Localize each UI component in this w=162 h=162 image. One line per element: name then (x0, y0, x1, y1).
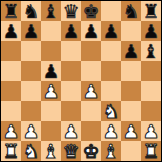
piece-white-pawn[interactable]: ♟ (62, 121, 79, 141)
piece-white-queen[interactable]: ♛ (62, 141, 79, 161)
piece-black-rook[interactable]: ♜ (2, 1, 19, 21)
piece-white-pawn[interactable]: ♟ (142, 121, 159, 141)
square-a5[interactable] (1, 61, 21, 81)
piece-white-pawn[interactable]: ♟ (82, 81, 99, 101)
square-g4[interactable] (121, 81, 141, 101)
square-d5[interactable] (61, 61, 81, 81)
piece-black-pawn[interactable]: ♟ (62, 21, 79, 41)
square-e7[interactable]: ♟ (81, 21, 101, 41)
square-c7[interactable] (41, 21, 61, 41)
piece-white-pawn[interactable]: ♟ (22, 121, 39, 141)
square-f6[interactable] (101, 41, 121, 61)
square-c1[interactable]: ♝ (41, 141, 61, 161)
square-e3[interactable] (81, 101, 101, 121)
piece-black-pawn[interactable]: ♟ (82, 21, 99, 41)
piece-white-pawn[interactable]: ♟ (102, 121, 119, 141)
square-b5[interactable] (21, 61, 41, 81)
square-b7[interactable]: ♟ (21, 21, 41, 41)
piece-white-rook[interactable]: ♜ (142, 141, 159, 161)
square-g5[interactable] (121, 61, 141, 81)
piece-black-knight[interactable]: ♞ (22, 1, 39, 21)
square-g7[interactable] (121, 21, 141, 41)
square-e2[interactable] (81, 121, 101, 141)
piece-black-pawn[interactable]: ♟ (102, 21, 119, 41)
square-a8[interactable]: ♜ (1, 1, 21, 21)
square-d1[interactable]: ♛ (61, 141, 81, 161)
piece-black-pawn[interactable]: ♟ (42, 61, 59, 81)
square-a2[interactable]: ♟ (1, 121, 21, 141)
square-h1[interactable]: ♜ (141, 141, 161, 161)
square-g1[interactable] (121, 141, 141, 161)
square-b2[interactable]: ♟ (21, 121, 41, 141)
square-c6[interactable] (41, 41, 61, 61)
square-d7[interactable]: ♟ (61, 21, 81, 41)
square-b6[interactable] (21, 41, 41, 61)
chess-board: ♜♞♝♛♚♞♜♟♟♟♟♟♟♟♝♟♟♟♞♟♟♟♟♟♟♜♞♝♛♚♝♜ (1, 1, 161, 161)
square-e5[interactable] (81, 61, 101, 81)
square-f7[interactable]: ♟ (101, 21, 121, 41)
piece-white-rook[interactable]: ♜ (2, 141, 19, 161)
square-g8[interactable]: ♞ (121, 1, 141, 21)
piece-white-pawn[interactable]: ♟ (2, 121, 19, 141)
square-d2[interactable]: ♟ (61, 121, 81, 141)
square-a6[interactable] (1, 41, 21, 61)
square-h8[interactable]: ♜ (141, 1, 161, 21)
square-f2[interactable]: ♟ (101, 121, 121, 141)
square-c8[interactable]: ♝ (41, 1, 61, 21)
piece-black-pawn[interactable]: ♟ (22, 21, 39, 41)
piece-black-pawn[interactable]: ♟ (122, 41, 139, 61)
piece-black-knight[interactable]: ♞ (122, 1, 139, 21)
square-b8[interactable]: ♞ (21, 1, 41, 21)
square-f4[interactable] (101, 81, 121, 101)
square-a7[interactable]: ♟ (1, 21, 21, 41)
square-c5[interactable]: ♟ (41, 61, 61, 81)
piece-white-knight[interactable]: ♞ (22, 141, 39, 161)
piece-white-bishop[interactable]: ♝ (102, 141, 119, 161)
piece-white-knight[interactable]: ♞ (102, 101, 119, 121)
piece-white-pawn[interactable]: ♟ (42, 81, 59, 101)
square-e6[interactable] (81, 41, 101, 61)
square-d6[interactable] (61, 41, 81, 61)
square-f5[interactable] (101, 61, 121, 81)
square-a1[interactable]: ♜ (1, 141, 21, 161)
piece-black-bishop[interactable]: ♝ (42, 1, 59, 21)
square-f8[interactable] (101, 1, 121, 21)
square-h7[interactable]: ♟ (141, 21, 161, 41)
square-a4[interactable] (1, 81, 21, 101)
piece-black-bishop[interactable]: ♝ (142, 41, 159, 61)
square-b4[interactable] (21, 81, 41, 101)
square-d3[interactable] (61, 101, 81, 121)
square-d4[interactable] (61, 81, 81, 101)
square-b1[interactable]: ♞ (21, 141, 41, 161)
square-a3[interactable] (1, 101, 21, 121)
piece-black-rook[interactable]: ♜ (142, 1, 159, 21)
square-b3[interactable] (21, 101, 41, 121)
piece-white-pawn[interactable]: ♟ (122, 121, 139, 141)
square-h3[interactable] (141, 101, 161, 121)
square-f3[interactable]: ♞ (101, 101, 121, 121)
piece-white-king[interactable]: ♚ (82, 141, 99, 161)
square-e8[interactable]: ♚ (81, 1, 101, 21)
square-g2[interactable]: ♟ (121, 121, 141, 141)
piece-black-queen[interactable]: ♛ (62, 1, 79, 21)
piece-white-bishop[interactable]: ♝ (42, 141, 59, 161)
square-h5[interactable] (141, 61, 161, 81)
square-f1[interactable]: ♝ (101, 141, 121, 161)
square-g6[interactable]: ♟ (121, 41, 141, 61)
piece-black-king[interactable]: ♚ (82, 1, 99, 21)
piece-black-pawn[interactable]: ♟ (142, 21, 159, 41)
square-c3[interactable] (41, 101, 61, 121)
square-c2[interactable] (41, 121, 61, 141)
square-h6[interactable]: ♝ (141, 41, 161, 61)
chess-board-frame: ♜♞♝♛♚♞♜♟♟♟♟♟♟♟♝♟♟♟♞♟♟♟♟♟♟♜♞♝♛♚♝♜ (0, 0, 162, 162)
piece-black-pawn[interactable]: ♟ (2, 21, 19, 41)
square-h2[interactable]: ♟ (141, 121, 161, 141)
square-g3[interactable] (121, 101, 141, 121)
square-c4[interactable]: ♟ (41, 81, 61, 101)
square-e4[interactable]: ♟ (81, 81, 101, 101)
square-d8[interactable]: ♛ (61, 1, 81, 21)
square-h4[interactable] (141, 81, 161, 101)
square-e1[interactable]: ♚ (81, 141, 101, 161)
